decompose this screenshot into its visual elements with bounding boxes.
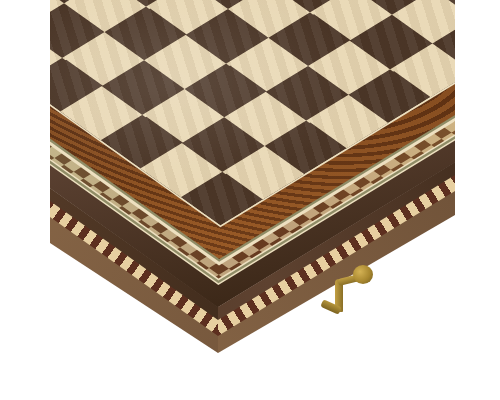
gloss-highlight — [50, 0, 455, 372]
photo-crop — [50, 0, 455, 372]
product-photo-scene — [0, 0, 500, 400]
